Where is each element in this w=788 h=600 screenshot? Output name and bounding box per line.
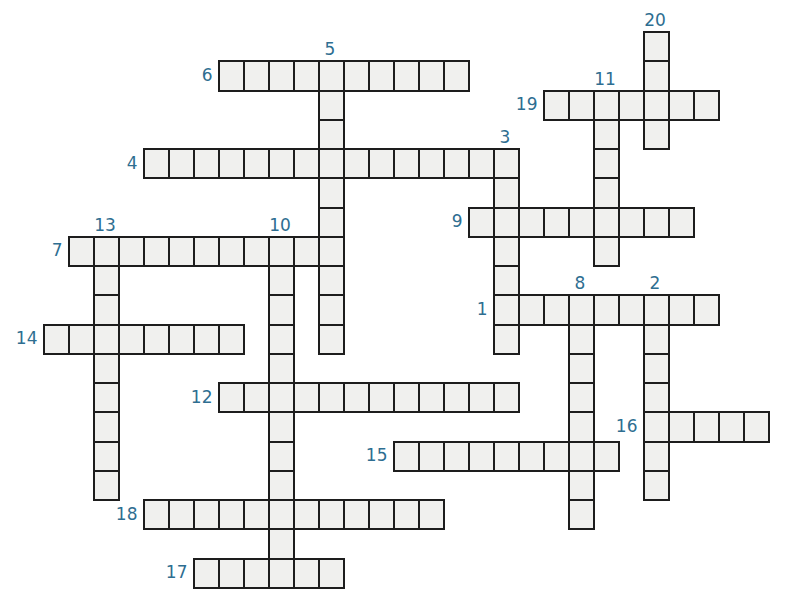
clue-number-14-across: 14 — [0, 328, 38, 348]
clue-number-19-across: 19 — [458, 94, 538, 114]
grid-cell[interactable] — [243, 148, 270, 179]
grid-cell[interactable] — [343, 499, 370, 530]
grid-cell[interactable] — [43, 324, 70, 355]
grid-cell[interactable] — [293, 148, 320, 179]
grid-cell[interactable] — [618, 90, 645, 121]
grid-cell[interactable] — [293, 236, 320, 267]
grid-cell[interactable] — [268, 353, 295, 384]
clue-number-11-down: 11 — [565, 69, 645, 89]
grid-cell[interactable] — [543, 207, 570, 238]
grid-cell[interactable] — [418, 148, 445, 179]
grid-cell[interactable] — [643, 411, 670, 442]
grid-cell[interactable] — [218, 499, 245, 530]
grid-cell[interactable] — [618, 207, 645, 238]
grid-cell[interactable] — [193, 324, 220, 355]
clue-number-15-across: 15 — [308, 445, 388, 465]
grid-cell[interactable] — [568, 294, 595, 325]
grid-cell[interactable] — [318, 294, 345, 325]
grid-cell[interactable] — [193, 499, 220, 530]
grid-cell[interactable] — [468, 148, 495, 179]
grid-cell[interactable] — [93, 441, 120, 472]
grid-cell[interactable] — [168, 499, 195, 530]
clue-number-4-across: 4 — [58, 153, 138, 173]
grid-cell[interactable] — [93, 382, 120, 413]
grid-cell[interactable] — [693, 294, 720, 325]
grid-cell[interactable] — [693, 411, 720, 442]
clue-number-6-across: 6 — [133, 65, 213, 85]
grid-cell[interactable] — [318, 90, 345, 121]
grid-cell[interactable] — [268, 382, 295, 413]
grid-cell[interactable] — [568, 382, 595, 413]
grid-cell[interactable] — [268, 265, 295, 296]
grid-cell[interactable] — [93, 294, 120, 325]
grid-cell[interactable] — [643, 119, 670, 150]
grid-cell[interactable] — [493, 177, 520, 208]
grid-cell[interactable] — [143, 236, 170, 267]
grid-cell[interactable] — [643, 353, 670, 384]
grid-cell[interactable] — [93, 324, 120, 355]
grid-cell[interactable] — [418, 60, 445, 91]
grid-cell[interactable] — [393, 441, 420, 472]
grid-cell[interactable] — [243, 60, 270, 91]
grid-cell[interactable] — [368, 60, 395, 91]
grid-cell[interactable] — [268, 528, 295, 559]
grid-cell[interactable] — [668, 207, 695, 238]
grid-cell[interactable] — [343, 60, 370, 91]
grid-cell[interactable] — [593, 236, 620, 267]
clue-number-17-across: 17 — [108, 562, 188, 582]
grid-cell[interactable] — [368, 499, 395, 530]
clue-number-16-across: 16 — [558, 416, 638, 436]
grid-cell[interactable] — [268, 499, 295, 530]
grid-cell[interactable] — [493, 441, 520, 472]
grid-cell[interactable] — [493, 324, 520, 355]
grid-cell[interactable] — [643, 60, 670, 91]
grid-cell[interactable] — [568, 353, 595, 384]
grid-cell[interactable] — [418, 499, 445, 530]
crossword-grid: 6194971141216151817205113131082 — [0, 0, 788, 600]
grid-cell[interactable] — [493, 265, 520, 296]
grid-cell[interactable] — [268, 558, 295, 589]
grid-cell[interactable] — [568, 470, 595, 501]
grid-cell[interactable] — [668, 294, 695, 325]
clue-number-5-down: 5 — [290, 39, 370, 59]
grid-cell[interactable] — [468, 207, 495, 238]
grid-cell[interactable] — [293, 382, 320, 413]
grid-cell[interactable] — [443, 441, 470, 472]
grid-cell[interactable] — [318, 177, 345, 208]
grid-cell[interactable] — [518, 207, 545, 238]
grid-cell[interactable] — [268, 470, 295, 501]
grid-cell[interactable] — [143, 324, 170, 355]
grid-cell[interactable] — [593, 294, 620, 325]
clue-number-1-across: 1 — [408, 299, 488, 319]
clue-number-13-down: 13 — [65, 215, 145, 235]
grid-cell[interactable] — [493, 207, 520, 238]
grid-cell[interactable] — [468, 441, 495, 472]
grid-cell[interactable] — [343, 148, 370, 179]
clue-number-10-down: 10 — [240, 215, 320, 235]
clue-number-20-down: 20 — [615, 10, 695, 30]
grid-cell[interactable] — [518, 441, 545, 472]
grid-cell[interactable] — [118, 236, 145, 267]
grid-cell[interactable] — [618, 294, 645, 325]
grid-cell[interactable] — [568, 324, 595, 355]
grid-cell[interactable] — [268, 294, 295, 325]
grid-cell[interactable] — [318, 60, 345, 91]
grid-cell[interactable] — [493, 148, 520, 179]
grid-cell[interactable] — [643, 382, 670, 413]
grid-cell[interactable] — [443, 148, 470, 179]
grid-cell[interactable] — [243, 558, 270, 589]
grid-cell[interactable] — [318, 119, 345, 150]
grid-cell[interactable] — [268, 324, 295, 355]
grid-cell[interactable] — [593, 207, 620, 238]
grid-cell[interactable] — [318, 324, 345, 355]
clue-number-7-across: 7 — [0, 240, 63, 260]
grid-cell[interactable] — [68, 324, 95, 355]
grid-cell[interactable] — [493, 236, 520, 267]
grid-cell[interactable] — [293, 60, 320, 91]
grid-cell[interactable] — [93, 265, 120, 296]
grid-cell[interactable] — [393, 499, 420, 530]
grid-cell[interactable] — [218, 236, 245, 267]
grid-cell[interactable] — [418, 441, 445, 472]
clue-number-2-down: 2 — [615, 273, 695, 293]
grid-cell[interactable] — [243, 236, 270, 267]
grid-cell[interactable] — [218, 558, 245, 589]
grid-cell[interactable] — [668, 411, 695, 442]
grid-cell[interactable] — [493, 294, 520, 325]
grid-cell[interactable] — [443, 60, 470, 91]
grid-cell[interactable] — [593, 90, 620, 121]
grid-cell[interactable] — [643, 470, 670, 501]
grid-cell[interactable] — [93, 411, 120, 442]
grid-cell[interactable] — [318, 558, 345, 589]
grid-cell[interactable] — [518, 294, 545, 325]
grid-cell[interactable] — [343, 382, 370, 413]
grid-cell[interactable] — [643, 324, 670, 355]
grid-cell[interactable] — [218, 148, 245, 179]
grid-cell[interactable] — [318, 265, 345, 296]
grid-cell[interactable] — [593, 177, 620, 208]
grid-cell[interactable] — [468, 382, 495, 413]
grid-cell[interactable] — [118, 324, 145, 355]
grid-cell[interactable] — [568, 441, 595, 472]
grid-cell[interactable] — [168, 148, 195, 179]
grid-cell[interactable] — [393, 148, 420, 179]
clue-number-18-across: 18 — [58, 504, 138, 524]
grid-cell[interactable] — [243, 499, 270, 530]
grid-cell[interactable] — [93, 470, 120, 501]
clue-number-9-across: 9 — [383, 211, 463, 231]
grid-cell[interactable] — [318, 382, 345, 413]
grid-cell[interactable] — [143, 499, 170, 530]
grid-cell[interactable] — [543, 441, 570, 472]
grid-cell[interactable] — [218, 324, 245, 355]
grid-cell[interactable] — [218, 382, 245, 413]
grid-cell[interactable] — [393, 382, 420, 413]
grid-cell[interactable] — [268, 236, 295, 267]
grid-cell[interactable] — [243, 382, 270, 413]
grid-cell[interactable] — [193, 148, 220, 179]
grid-cell[interactable] — [418, 382, 445, 413]
grid-cell[interactable] — [543, 294, 570, 325]
grid-cell[interactable] — [193, 236, 220, 267]
grid-cell[interactable] — [293, 499, 320, 530]
grid-cell[interactable] — [143, 148, 170, 179]
grid-cell[interactable] — [318, 499, 345, 530]
grid-cell[interactable] — [593, 148, 620, 179]
grid-cell[interactable] — [368, 148, 395, 179]
grid-cell[interactable] — [693, 90, 720, 121]
grid-cell[interactable] — [493, 382, 520, 413]
grid-cell[interactable] — [568, 207, 595, 238]
grid-cell[interactable] — [593, 119, 620, 150]
clue-number-8-down: 8 — [540, 273, 620, 293]
grid-cell[interactable] — [268, 148, 295, 179]
grid-cell[interactable] — [443, 382, 470, 413]
grid-cell[interactable] — [168, 236, 195, 267]
grid-cell[interactable] — [268, 411, 295, 442]
grid-cell[interactable] — [93, 236, 120, 267]
clue-number-3-down: 3 — [465, 127, 545, 147]
grid-cell[interactable] — [318, 148, 345, 179]
grid-cell[interactable] — [718, 411, 745, 442]
grid-cell[interactable] — [643, 294, 670, 325]
grid-cell[interactable] — [743, 411, 770, 442]
grid-cell[interactable] — [593, 441, 620, 472]
grid-cell[interactable] — [218, 60, 245, 91]
grid-cell[interactable] — [643, 441, 670, 472]
grid-cell[interactable] — [568, 499, 595, 530]
grid-cell[interactable] — [668, 90, 695, 121]
grid-cell[interactable] — [68, 236, 95, 267]
grid-cell[interactable] — [293, 558, 320, 589]
grid-cell[interactable] — [168, 324, 195, 355]
grid-cell[interactable] — [643, 207, 670, 238]
grid-cell[interactable] — [93, 353, 120, 384]
grid-cell[interactable] — [268, 441, 295, 472]
clue-number-12-across: 12 — [133, 387, 213, 407]
grid-cell[interactable] — [318, 207, 345, 238]
grid-cell[interactable] — [193, 558, 220, 589]
grid-cell[interactable] — [568, 90, 595, 121]
grid-cell[interactable] — [543, 90, 570, 121]
grid-cell[interactable] — [643, 31, 670, 62]
grid-cell[interactable] — [268, 60, 295, 91]
grid-cell[interactable] — [393, 60, 420, 91]
grid-cell[interactable] — [643, 90, 670, 121]
grid-cell[interactable] — [318, 236, 345, 267]
grid-cell[interactable] — [368, 382, 395, 413]
